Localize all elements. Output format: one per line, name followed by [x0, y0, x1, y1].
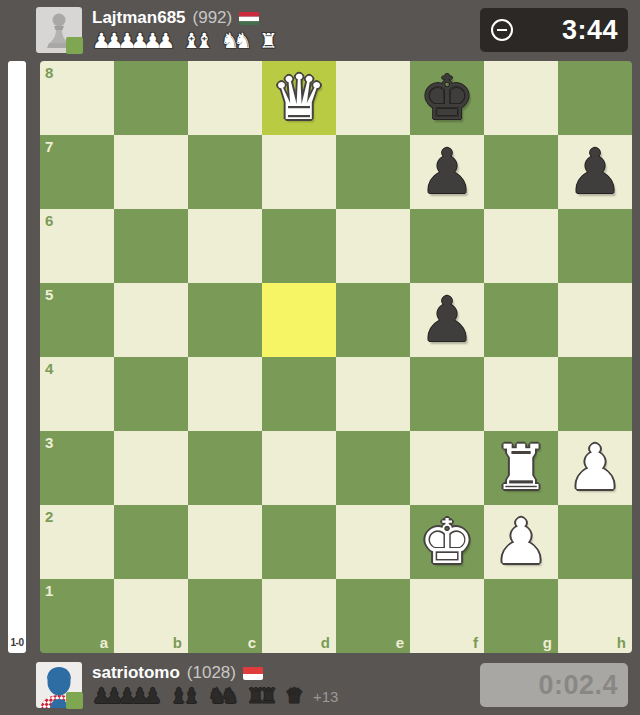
square-a8[interactable]: 8 — [40, 61, 114, 135]
online-indicator — [66, 692, 83, 709]
square-f5[interactable]: ♟ — [410, 283, 484, 357]
file-label-b: b — [173, 635, 182, 650]
top-player-name[interactable]: Lajtman685 — [92, 8, 186, 28]
file-label-e: e — [396, 635, 404, 650]
square-b2[interactable] — [114, 505, 188, 579]
square-g6[interactable] — [484, 209, 558, 283]
file-label-h: h — [617, 635, 626, 650]
square-h2[interactable] — [558, 505, 632, 579]
captured-n-group: ♞♞ — [221, 30, 247, 52]
square-g8[interactable] — [484, 61, 558, 135]
square-b5[interactable] — [114, 283, 188, 357]
white-pawn-h3[interactable]: ♟ — [558, 431, 632, 505]
square-d6[interactable] — [262, 209, 336, 283]
square-f6[interactable] — [410, 209, 484, 283]
square-h7[interactable]: ♟ — [558, 135, 632, 209]
square-e6[interactable] — [336, 209, 410, 283]
rank-label-2: 2 — [45, 509, 53, 524]
square-a1[interactable]: 1a — [40, 579, 114, 653]
indonesia-flag-icon — [243, 666, 263, 680]
square-a3[interactable]: 3 — [40, 431, 114, 505]
captured-b-group: ♝♝ — [182, 30, 208, 52]
material-advantage: +13 — [313, 688, 338, 705]
square-b1[interactable]: b — [114, 579, 188, 653]
square-h3[interactable]: ♟ — [558, 431, 632, 505]
square-c3[interactable] — [188, 431, 262, 505]
black-pawn-f5[interactable]: ♟ — [410, 283, 484, 357]
square-h1[interactable]: h — [558, 579, 632, 653]
circle-minus-icon — [491, 19, 513, 41]
square-a4[interactable]: 4 — [40, 357, 114, 431]
captured-p-group: ♟♟♟♟♟♟ — [92, 30, 169, 52]
hungary-flag-icon — [239, 11, 259, 25]
file-label-f: f — [473, 635, 478, 650]
file-label-g: g — [543, 635, 552, 650]
captured-p-group: ♟♟♟♟♟ — [92, 685, 156, 707]
white-king-f2[interactable]: ♚ — [410, 505, 484, 579]
rank-label-7: 7 — [45, 139, 53, 154]
bottom-player-name[interactable]: satriotomo — [92, 663, 180, 683]
captured-n-group: ♞♞ — [208, 685, 234, 707]
square-c7[interactable] — [188, 135, 262, 209]
square-h8[interactable] — [558, 61, 632, 135]
square-h5[interactable] — [558, 283, 632, 357]
square-d7[interactable] — [262, 135, 336, 209]
square-d3[interactable] — [262, 431, 336, 505]
file-label-d: d — [321, 635, 330, 650]
online-indicator — [66, 37, 83, 54]
square-a6[interactable]: 6 — [40, 209, 114, 283]
square-g1[interactable]: g — [484, 579, 558, 653]
square-d1[interactable]: d — [262, 579, 336, 653]
rank-label-3: 3 — [45, 435, 53, 450]
rank-label-6: 6 — [45, 213, 53, 228]
top-player-rating: (992) — [193, 8, 233, 28]
square-g5[interactable] — [484, 283, 558, 357]
file-label-c: c — [248, 635, 256, 650]
square-e5[interactable] — [336, 283, 410, 357]
top-player-avatar[interactable] — [36, 7, 82, 53]
captured-r-group: ♜ — [259, 30, 272, 52]
square-e2[interactable] — [336, 505, 410, 579]
white-pawn-g2[interactable]: ♟ — [484, 505, 558, 579]
top-player-clock: 3:44 — [480, 8, 628, 52]
captured-q-group: ♛ — [285, 685, 298, 707]
square-a5[interactable]: 5 — [40, 283, 114, 357]
square-e3[interactable] — [336, 431, 410, 505]
captured-b-group: ♝♝ — [169, 685, 195, 707]
square-d2[interactable] — [262, 505, 336, 579]
chess-board[interactable]: 8♛♚7♟♟65♟43♜♟2♚♟1abcdefgh — [40, 61, 632, 653]
square-b3[interactable] — [114, 431, 188, 505]
rank-label-5: 5 — [45, 287, 53, 302]
square-f7[interactable]: ♟ — [410, 135, 484, 209]
bottom-player-avatar[interactable] — [36, 662, 82, 708]
board-area: 1-0 8♛♚7♟♟65♟43♜♟2♚♟1abcdefgh — [0, 60, 640, 655]
square-d4[interactable] — [262, 357, 336, 431]
square-c2[interactable] — [188, 505, 262, 579]
square-d5[interactable] — [262, 283, 336, 357]
rank-label-8: 8 — [45, 65, 53, 80]
square-c5[interactable] — [188, 283, 262, 357]
square-f4[interactable] — [410, 357, 484, 431]
square-c4[interactable] — [188, 357, 262, 431]
captured-r-group: ♜♜ — [246, 685, 272, 707]
square-h4[interactable] — [558, 357, 632, 431]
square-e8[interactable] — [336, 61, 410, 135]
square-g4[interactable] — [484, 357, 558, 431]
square-d8[interactable]: ♛ — [262, 61, 336, 135]
square-b4[interactable] — [114, 357, 188, 431]
bottom-player-captured-pieces: ♟♟♟♟♟♝♝♞♞♜♜♛+13 — [92, 685, 338, 707]
black-pawn-f7[interactable]: ♟ — [410, 135, 484, 209]
square-a2[interactable]: 2 — [40, 505, 114, 579]
rank-label-1: 1 — [45, 583, 53, 598]
black-king-f8[interactable]: ♚ — [410, 61, 484, 135]
square-c8[interactable] — [188, 61, 262, 135]
square-c6[interactable] — [188, 209, 262, 283]
square-h6[interactable] — [558, 209, 632, 283]
top-clock-time: 3:44 — [562, 15, 618, 46]
bottom-player-bar: satriotomo (1028) ♟♟♟♟♟♝♝♞♞♜♜♛+13 0:02.4 — [0, 655, 640, 715]
square-g2[interactable]: ♟ — [484, 505, 558, 579]
square-b7[interactable] — [114, 135, 188, 209]
evaluation-bar: 1-0 — [8, 61, 26, 653]
square-c1[interactable]: c — [188, 579, 262, 653]
square-a7[interactable]: 7 — [40, 135, 114, 209]
square-e7[interactable] — [336, 135, 410, 209]
bottom-player-rating: (1028) — [187, 663, 236, 683]
square-f8[interactable]: ♚ — [410, 61, 484, 135]
square-f3[interactable] — [410, 431, 484, 505]
bottom-clock-time: 0:02.4 — [538, 670, 618, 701]
white-queen-d8[interactable]: ♛ — [262, 61, 336, 135]
file-label-a: a — [100, 635, 108, 650]
black-pawn-h7[interactable]: ♟ — [558, 135, 632, 209]
top-player-captured-pieces: ♟♟♟♟♟♟♝♝♞♞♜ — [92, 30, 285, 52]
square-e4[interactable] — [336, 357, 410, 431]
square-f1[interactable]: f — [410, 579, 484, 653]
square-f2[interactable]: ♚ — [410, 505, 484, 579]
top-player-bar: Lajtman685 (992) ♟♟♟♟♟♟♝♝♞♞♜ 3:44 — [0, 0, 640, 60]
square-e1[interactable]: e — [336, 579, 410, 653]
square-g7[interactable] — [484, 135, 558, 209]
rank-label-4: 4 — [45, 361, 53, 376]
white-rook-g3[interactable]: ♜ — [484, 431, 558, 505]
bottom-player-clock: 0:02.4 — [480, 663, 628, 707]
square-b6[interactable] — [114, 209, 188, 283]
game-result: 1-0 — [11, 637, 24, 648]
square-g3[interactable]: ♜ — [484, 431, 558, 505]
square-b8[interactable] — [114, 61, 188, 135]
